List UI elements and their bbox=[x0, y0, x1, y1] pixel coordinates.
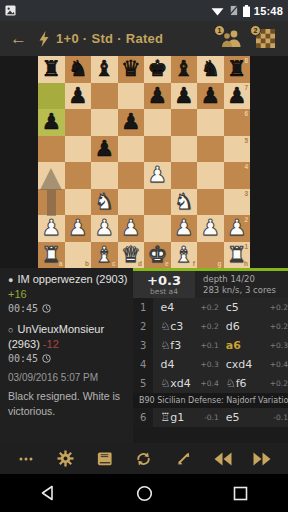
square-d5[interactable] bbox=[118, 136, 145, 163]
white-pawn-a2: ♟ bbox=[38, 215, 65, 242]
player-clock: 00:45 bbox=[8, 303, 133, 314]
square-g2[interactable]: ♟ bbox=[197, 215, 224, 242]
nav-home-button[interactable] bbox=[96, 485, 192, 502]
square-c3[interactable]: ♞ bbox=[91, 189, 118, 216]
white-pawn-e4: ♟ bbox=[144, 162, 171, 189]
square-d7[interactable] bbox=[118, 83, 145, 110]
rating-change: +16 bbox=[8, 288, 27, 300]
square-d6[interactable]: ♟ bbox=[118, 109, 145, 136]
square-e3[interactable] bbox=[144, 189, 171, 216]
move-number: 1 bbox=[133, 298, 153, 317]
square-e6[interactable] bbox=[144, 109, 171, 136]
square-g5[interactable] bbox=[197, 136, 224, 163]
move-row-1: 1e4+0.2c5+0.2 bbox=[133, 298, 288, 317]
eval-black-3: +0.3 bbox=[264, 341, 288, 350]
eval-black-6: -0.1 bbox=[264, 413, 288, 422]
player-clock: 00:45 bbox=[8, 353, 133, 364]
engine-stats: depth 14/20 283 kn/s, 3 cores bbox=[195, 271, 288, 298]
nav-back-button[interactable] bbox=[0, 485, 96, 501]
move-black-1[interactable]: c5 bbox=[219, 301, 264, 314]
square-b5[interactable] bbox=[65, 136, 92, 163]
square-b3[interactable] bbox=[65, 189, 92, 216]
black-pawn-h7: ♟ bbox=[224, 83, 251, 110]
white-rook-h1: ♜ bbox=[224, 242, 251, 269]
opening-name-banner: B90 Sicilian Defense: Najdorf Variation bbox=[133, 393, 288, 408]
wifi-icon bbox=[211, 5, 224, 16]
square-c1[interactable]: c♝ bbox=[91, 242, 118, 269]
square-a6[interactable]: ♟ bbox=[38, 109, 65, 136]
players-online-button[interactable]: 1 bbox=[220, 29, 242, 49]
square-a2[interactable]: ♟ bbox=[38, 215, 65, 242]
square-d1[interactable]: d♛ bbox=[118, 242, 145, 269]
eval-black-1: +0.2 bbox=[264, 303, 288, 312]
square-f2[interactable]: ♟ bbox=[171, 215, 198, 242]
square-c7[interactable] bbox=[91, 83, 118, 110]
square-f4[interactable] bbox=[171, 162, 198, 189]
square-d3[interactable] bbox=[118, 189, 145, 216]
game-date: 03/09/2016 5:07 PM bbox=[8, 372, 133, 383]
move-number: 2 bbox=[133, 317, 153, 336]
square-e5[interactable] bbox=[144, 136, 171, 163]
black-bishop-c8: ♝ bbox=[91, 56, 118, 83]
square-h4[interactable]: 4 bbox=[224, 162, 251, 189]
move-number: 5 bbox=[133, 374, 153, 393]
white-bishop-c1: ♝ bbox=[91, 242, 118, 269]
player-name: IM opperwezen (2903) bbox=[17, 273, 127, 285]
square-h1[interactable]: 1h♜ bbox=[224, 242, 251, 269]
white-rook-a1: ♜ bbox=[38, 242, 65, 269]
white-pawn-f2: ♟ bbox=[171, 215, 198, 242]
move-number: 6 bbox=[133, 408, 153, 427]
black-pawn-b7: ♟ bbox=[65, 83, 92, 110]
blitz-bolt-icon bbox=[39, 31, 49, 47]
gear-icon bbox=[57, 450, 74, 467]
game-result-text: Black resigned. White is victorious. bbox=[8, 389, 126, 419]
engine-speed: 283 kn/s, 3 cores bbox=[203, 285, 288, 296]
white-pawn-d2: ♟ bbox=[118, 215, 145, 242]
move-white-5[interactable]: ♘xd4 bbox=[153, 377, 197, 390]
game-meta-title: 1+0 · Std · Rated bbox=[56, 31, 163, 46]
square-h7[interactable]: 7♟ bbox=[224, 83, 251, 110]
move-number: 4 bbox=[133, 355, 153, 374]
square-f7[interactable]: ♟ bbox=[171, 83, 198, 110]
book-icon bbox=[96, 451, 113, 467]
move-row-4: 4d4+0.3cxd4+0.4 bbox=[133, 355, 288, 374]
back-button[interactable]: ← bbox=[10, 30, 27, 47]
engine-best-move: best a4 bbox=[150, 287, 178, 296]
square-a1[interactable]: a♜ bbox=[38, 242, 65, 269]
square-f1[interactable]: f♝ bbox=[171, 242, 198, 269]
square-f5[interactable] bbox=[171, 136, 198, 163]
move-list: 1e4+0.2c5+0.22♘c3+0.2d6+0.23♘f3+0.1a6+0.… bbox=[133, 298, 288, 427]
player-color-icon: ○ bbox=[8, 325, 13, 335]
square-h8[interactable]: 8♜ bbox=[224, 56, 251, 83]
fast-forward-icon bbox=[253, 452, 271, 466]
flip-refresh-button[interactable] bbox=[134, 449, 154, 469]
square-c6[interactable] bbox=[91, 109, 118, 136]
black-king-e8: ♚ bbox=[144, 56, 171, 83]
eval-white-3: +0.1 bbox=[197, 341, 218, 350]
app-screen: 15:48 ← 1+0 · Std · Rated 1 bbox=[0, 0, 288, 512]
square-e7[interactable]: ♟ bbox=[144, 83, 171, 110]
battery-icon bbox=[243, 5, 250, 17]
square-e4[interactable]: ♟ bbox=[144, 162, 171, 189]
analysis-collapse-button[interactable] bbox=[173, 449, 193, 469]
forward-button[interactable] bbox=[252, 449, 272, 469]
eval-white-4: +0.3 bbox=[197, 360, 218, 369]
no-sim-icon bbox=[228, 5, 239, 16]
sync-icon bbox=[135, 451, 152, 467]
black-rook-a8: ♜ bbox=[38, 56, 65, 83]
file-label-b: b bbox=[85, 260, 89, 267]
square-b1[interactable]: b bbox=[65, 242, 92, 269]
player-black-row[interactable]: ●IM opperwezen (2903) +16 bbox=[8, 272, 128, 301]
player-color-icon: ● bbox=[8, 275, 13, 285]
nav-back-icon bbox=[40, 485, 56, 501]
black-queen-d8: ♛ bbox=[118, 56, 145, 83]
square-f8[interactable]: ♝ bbox=[171, 56, 198, 83]
square-e1[interactable]: e♚ bbox=[144, 242, 171, 269]
black-pawn-a6: ♟ bbox=[38, 109, 65, 136]
move-black-3[interactable]: a6 bbox=[219, 339, 264, 352]
move-black-5[interactable]: ♘f6 bbox=[219, 377, 264, 390]
square-h6[interactable]: 6 bbox=[224, 109, 251, 136]
square-g4[interactable] bbox=[197, 162, 224, 189]
move-number: 3 bbox=[133, 336, 153, 355]
collapse-arrows-icon bbox=[175, 451, 191, 467]
screenshot-notification-icon bbox=[5, 5, 16, 16]
app-bar: ← 1+0 · Std · Rated 1 bbox=[0, 21, 288, 56]
black-pawn-d6: ♟ bbox=[118, 109, 145, 136]
analysis-panel: +0.3 best a4 depth 14/20 283 kn/s, 3 cor… bbox=[133, 268, 288, 443]
eval-black-4: +0.4 bbox=[264, 360, 288, 369]
rewind-button[interactable] bbox=[213, 449, 233, 469]
rank-label-3: 3 bbox=[244, 190, 248, 197]
square-b8[interactable]: ♞ bbox=[65, 56, 92, 83]
nav-recents-button[interactable] bbox=[192, 486, 288, 501]
rating-change: -12 bbox=[43, 338, 59, 350]
square-h2[interactable]: 2♟ bbox=[224, 215, 251, 242]
square-c4[interactable] bbox=[91, 162, 118, 189]
white-pawn-g2: ♟ bbox=[197, 215, 224, 242]
square-b2[interactable]: ♟ bbox=[65, 215, 92, 242]
engine-eval-box[interactable]: +0.3 best a4 bbox=[133, 271, 195, 298]
white-king-e1: ♚ bbox=[144, 242, 171, 269]
black-pawn-c5: ♟ bbox=[91, 136, 118, 163]
rank-label-5: 5 bbox=[244, 137, 248, 144]
square-g7[interactable]: ♟ bbox=[197, 83, 224, 110]
eval-black-2: +0.2 bbox=[264, 322, 288, 331]
eval-white-5: +0.4 bbox=[197, 379, 218, 388]
black-pawn-f7: ♟ bbox=[171, 83, 198, 110]
square-e2[interactable] bbox=[144, 215, 171, 242]
square-h3[interactable]: 3 bbox=[224, 189, 251, 216]
android-nav-bar bbox=[0, 474, 288, 512]
square-b7[interactable]: ♟ bbox=[65, 83, 92, 110]
square-b6[interactable] bbox=[65, 109, 92, 136]
move-row-6: 6♖g1-0.1e5-0.1 bbox=[133, 408, 288, 427]
square-d2[interactable]: ♟ bbox=[118, 215, 145, 242]
file-label-g: g bbox=[218, 260, 222, 267]
bottom-toolbar bbox=[0, 443, 288, 474]
clock-time: 15:48 bbox=[254, 5, 283, 17]
move-white-2[interactable]: ♘c3 bbox=[153, 320, 197, 333]
eval-white-2: +0.2 bbox=[197, 322, 218, 331]
active-games-button[interactable]: 2 bbox=[256, 29, 278, 49]
white-pawn-c2: ♟ bbox=[91, 215, 118, 242]
square-a7[interactable] bbox=[38, 83, 65, 110]
black-pawn-g7: ♟ bbox=[197, 83, 224, 110]
black-knight-b8: ♞ bbox=[65, 56, 92, 83]
square-e8[interactable]: ♚ bbox=[144, 56, 171, 83]
square-c2[interactable]: ♟ bbox=[91, 215, 118, 242]
ellipsis-icon bbox=[18, 451, 34, 467]
board-section: ♜♞♝♛♚♝♞8♜♟♟♟♟7♟♟♟6♟5♟4♞♞3♟♟♟♟♟♟2♟a♜bc♝d♛… bbox=[0, 56, 288, 268]
rank-label-4: 4 bbox=[244, 163, 248, 170]
square-d4[interactable] bbox=[118, 162, 145, 189]
nav-home-icon bbox=[136, 485, 153, 502]
rewind-icon bbox=[214, 452, 232, 466]
settings-button[interactable] bbox=[55, 449, 75, 469]
black-bishop-f8: ♝ bbox=[171, 56, 198, 83]
white-knight-c3: ♞ bbox=[91, 189, 118, 216]
square-g3[interactable] bbox=[197, 189, 224, 216]
players-badge: 1 bbox=[214, 25, 225, 36]
eval-white-6: -0.1 bbox=[197, 413, 218, 422]
game-info-panel: ●IM opperwezen (2903) +16 00:45 ○UnVieux… bbox=[0, 268, 133, 443]
eval-white-1: +0.2 bbox=[197, 303, 218, 312]
more-menu-button[interactable] bbox=[16, 449, 36, 469]
black-rook-h8: ♜ bbox=[224, 56, 251, 83]
square-a3[interactable] bbox=[38, 189, 65, 216]
square-a5[interactable] bbox=[38, 136, 65, 163]
clock-icon bbox=[42, 354, 51, 363]
active-games-badge: 2 bbox=[250, 25, 261, 36]
clock-icon bbox=[42, 304, 51, 313]
engine-eval-value: +0.3 bbox=[147, 274, 181, 287]
black-pawn-e7: ♟ bbox=[144, 83, 171, 110]
square-b4[interactable] bbox=[65, 162, 92, 189]
move-white-3[interactable]: ♘f3 bbox=[153, 339, 197, 352]
square-d8[interactable]: ♛ bbox=[118, 56, 145, 83]
move-black-6[interactable]: e5 bbox=[219, 411, 264, 424]
square-f6[interactable] bbox=[171, 109, 198, 136]
white-knight-f3: ♞ bbox=[171, 189, 198, 216]
player-white-row[interactable]: ○UnVieuxMonsieur (2963) -12 bbox=[8, 322, 128, 351]
engine-depth: depth 14/20 bbox=[203, 274, 288, 285]
opening-book-button[interactable] bbox=[95, 449, 115, 469]
move-white-4[interactable]: d4 bbox=[153, 358, 197, 371]
square-f3[interactable]: ♞ bbox=[171, 189, 198, 216]
black-knight-g8: ♞ bbox=[197, 56, 224, 83]
square-c8[interactable]: ♝ bbox=[91, 56, 118, 83]
square-g8[interactable]: ♞ bbox=[197, 56, 224, 83]
move-black-2[interactable]: d6 bbox=[219, 320, 264, 333]
square-h5[interactable]: 5 bbox=[224, 136, 251, 163]
move-row-5: 5♘xd4+0.4♘f6+0.2 bbox=[133, 374, 288, 393]
white-pawn-h2: ♟ bbox=[224, 215, 251, 242]
white-pawn-b2: ♟ bbox=[65, 215, 92, 242]
square-g1[interactable]: g bbox=[197, 242, 224, 269]
square-g6[interactable] bbox=[197, 109, 224, 136]
white-bishop-f1: ♝ bbox=[171, 242, 198, 269]
move-white-6[interactable]: ♖g1 bbox=[153, 411, 197, 424]
move-white-1[interactable]: e4 bbox=[153, 301, 197, 314]
square-a4[interactable] bbox=[38, 162, 65, 189]
square-a8[interactable]: ♜ bbox=[38, 56, 65, 83]
square-c5[interactable]: ♟ bbox=[91, 136, 118, 163]
white-queen-d1: ♛ bbox=[118, 242, 145, 269]
nav-recents-icon bbox=[233, 486, 248, 501]
move-row-2: 2♘c3+0.2d6+0.2 bbox=[133, 317, 288, 336]
eval-black-5: +0.2 bbox=[264, 379, 288, 388]
move-row-3: 3♘f3+0.1a6+0.3 bbox=[133, 336, 288, 355]
rank-label-6: 6 bbox=[244, 110, 248, 117]
android-status-bar: 15:48 bbox=[0, 0, 288, 21]
chess-board[interactable]: ♜♞♝♛♚♝♞8♜♟♟♟♟7♟♟♟6♟5♟4♞♞3♟♟♟♟♟♟2♟a♜bc♝d♛… bbox=[38, 56, 250, 268]
move-black-4[interactable]: cxd4 bbox=[219, 358, 264, 371]
